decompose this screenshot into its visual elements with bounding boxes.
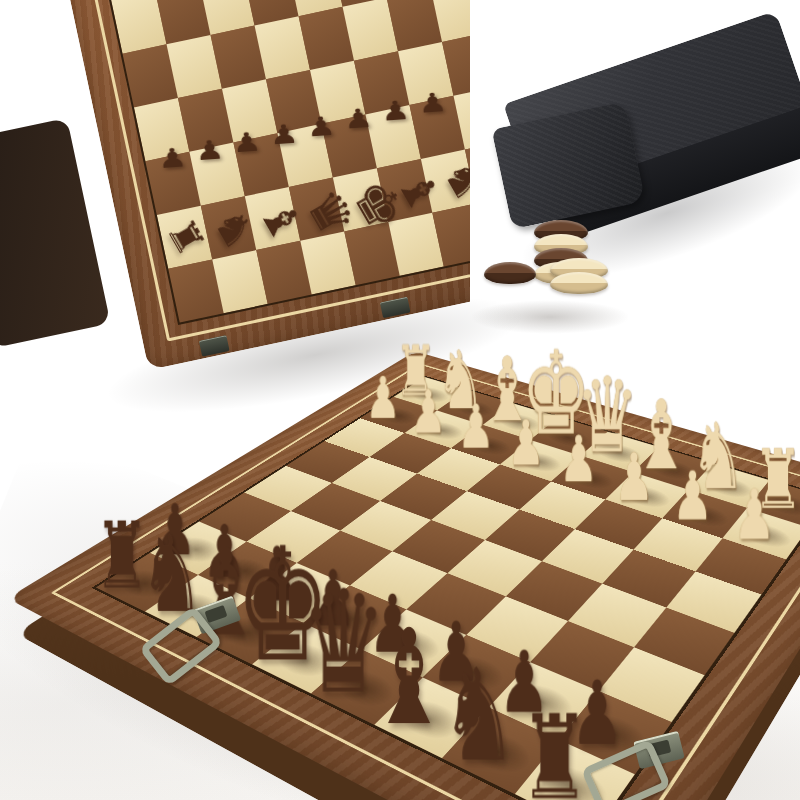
magnetic-dark-pawn: ♟ — [306, 112, 337, 140]
white-pawn: ♟ — [559, 431, 598, 490]
magnetic-dark-pawn: ♟ — [417, 88, 448, 116]
black-rook: ♜ — [520, 704, 591, 800]
upright-board: ♟♟♟♟♟♟♟♟ ♜♞♝♛♚♝♞♜ — [41, 0, 470, 370]
checkers-stack-1 — [550, 266, 608, 294]
white-pawn: ♟ — [411, 385, 447, 439]
white-pawn: ♟ — [672, 465, 713, 527]
magnetic-dark-pawn: ♟ — [380, 96, 411, 124]
black-knight: ♞ — [441, 657, 519, 774]
product-photo-stage: ♟♟♟♟♟♟♟♟ ♜♞♝♛♚♝♞♜ ♜♞♝♚♛♝♞♜♟♟♟♟♟♟♟♟♟♟♟♟♟♟… — [0, 0, 800, 800]
magnetic-dark-pawn: ♟ — [231, 127, 262, 155]
checkers-stack-2 — [484, 270, 536, 284]
magnetic-dark-pawn: ♟ — [343, 104, 374, 132]
white-pawn: ♟ — [507, 415, 545, 472]
dark-checker-disc — [484, 262, 536, 284]
white-pawn: ♟ — [458, 400, 495, 456]
white-pawn: ♟ — [614, 448, 654, 508]
storage-case — [473, 0, 800, 292]
main-board: ♜♞♝♚♛♝♞♜♟♟♟♟♟♟♟♟♟♟♟♟♟♟♟♟♜♞♝♚♛♝♞♜ — [7, 351, 800, 800]
magnetic-dark-pawn: ♟ — [157, 143, 188, 171]
black-bishop: ♝ — [369, 618, 449, 739]
white-pawn: ♟ — [734, 484, 776, 548]
magnetic-dark-pawn: ♟ — [269, 120, 300, 148]
white-pawn: ♟ — [366, 372, 401, 425]
magnetic-dark-pawn: ♟ — [194, 135, 225, 163]
light-checker-disc — [550, 272, 608, 294]
